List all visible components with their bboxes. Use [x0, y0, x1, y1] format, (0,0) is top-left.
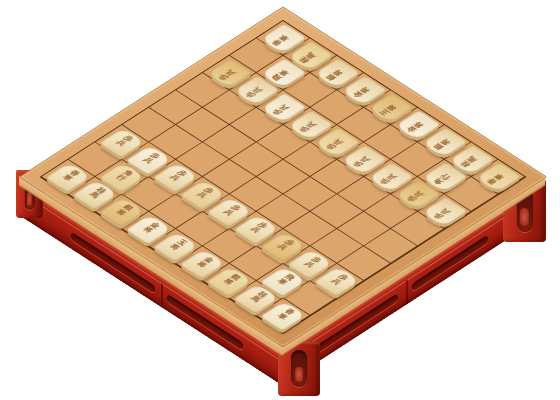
leg-recess — [291, 350, 307, 388]
drawer-seam — [406, 279, 408, 304]
drawer-seam — [161, 283, 163, 308]
shogi-set-photo: 香車桂馬銀将金将王将金将銀将桂馬香車飛車角行歩兵歩兵歩兵歩兵歩兵歩兵歩兵歩兵歩兵… — [0, 0, 560, 400]
shogi-board: 香車桂馬銀将金将王将金将銀将桂馬香車飛車角行歩兵歩兵歩兵歩兵歩兵歩兵歩兵歩兵歩兵… — [19, 6, 548, 347]
